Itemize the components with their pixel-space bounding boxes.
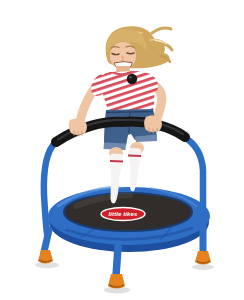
product-photo: little tikes: [0, 0, 244, 300]
left-sock-stripe: [110, 161, 123, 162]
brand-logo-text: little tikes: [109, 211, 138, 217]
center-leg: [116, 247, 118, 276]
hair-wisp-1: [152, 28, 171, 33]
brand-logo: little tikes: [101, 208, 145, 221]
trampoline: little tikes: [38, 187, 211, 289]
chest-clip-highlight: [129, 76, 132, 79]
right-sock-stripe: [128, 156, 141, 157]
shirt: [91, 71, 158, 114]
shadow-right-foot: [192, 264, 214, 270]
girl: [80, 26, 172, 203]
photo-scene: little tikes: [0, 0, 244, 300]
shorts-waistband: [106, 112, 153, 113]
right-eye: [127, 53, 134, 54]
floor-shadows: [35, 262, 214, 294]
chest-clip: [127, 74, 137, 84]
